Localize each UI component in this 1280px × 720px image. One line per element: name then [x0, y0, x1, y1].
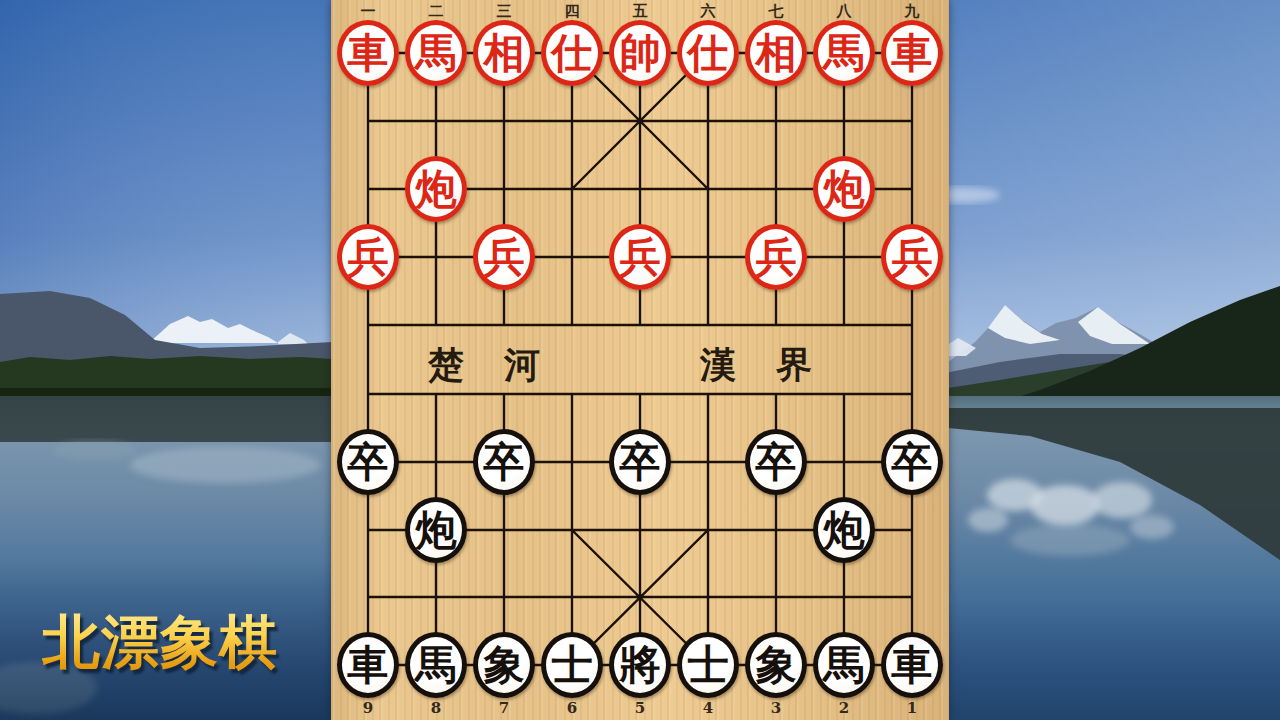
red-general[interactable]: 帥 [609, 20, 671, 86]
watermark-title: 北漂象棋 [42, 604, 278, 682]
file-label-bottom: 4 [688, 699, 728, 717]
piece-glyph: 車 [348, 33, 389, 74]
file-label-bottom: 7 [484, 699, 524, 717]
file-label-top: 四 [552, 2, 592, 21]
piece-glyph: 卒 [756, 442, 797, 483]
piece-glyph: 卒 [892, 442, 933, 483]
piece-glyph: 士 [688, 645, 729, 686]
file-label-top: 三 [484, 2, 524, 21]
file-label-top: 六 [688, 2, 728, 21]
black-soldier[interactable]: 卒 [609, 429, 671, 495]
black-chariot[interactable]: 車 [337, 632, 399, 698]
piece-glyph: 炮 [824, 169, 865, 210]
file-label-top: 九 [892, 2, 932, 21]
file-label-top: 七 [756, 2, 796, 21]
red-soldier[interactable]: 兵 [337, 224, 399, 290]
red-advisor[interactable]: 仕 [677, 20, 739, 86]
black-general[interactable]: 將 [609, 632, 671, 698]
piece-glyph: 帥 [620, 33, 661, 74]
board-grid-lines [331, 0, 949, 720]
file-label-bottom: 8 [416, 699, 456, 717]
black-soldier[interactable]: 卒 [881, 429, 943, 495]
piece-glyph: 仕 [688, 33, 729, 74]
red-horse[interactable]: 馬 [405, 20, 467, 86]
black-soldier[interactable]: 卒 [473, 429, 535, 495]
file-label-bottom: 1 [892, 699, 932, 717]
black-horse[interactable]: 馬 [405, 632, 467, 698]
piece-glyph: 卒 [484, 442, 525, 483]
piece-glyph: 炮 [416, 169, 457, 210]
piece-glyph: 炮 [416, 510, 457, 551]
piece-glyph: 馬 [824, 33, 865, 74]
piece-glyph: 車 [892, 645, 933, 686]
red-soldier[interactable]: 兵 [473, 224, 535, 290]
black-elephant[interactable]: 象 [745, 632, 807, 698]
piece-glyph: 馬 [416, 33, 457, 74]
file-label-top: 二 [416, 2, 456, 21]
black-cannon[interactable]: 炮 [405, 497, 467, 563]
file-label-top: 五 [620, 2, 660, 21]
piece-glyph: 兵 [484, 237, 525, 278]
piece-glyph: 炮 [824, 510, 865, 551]
red-advisor[interactable]: 仕 [541, 20, 603, 86]
piece-glyph: 兵 [348, 237, 389, 278]
black-advisor[interactable]: 士 [677, 632, 739, 698]
piece-glyph: 兵 [756, 237, 797, 278]
piece-glyph: 卒 [348, 442, 389, 483]
black-elephant[interactable]: 象 [473, 632, 535, 698]
piece-glyph: 象 [756, 645, 797, 686]
red-cannon[interactable]: 炮 [405, 156, 467, 222]
file-label-bottom: 9 [348, 699, 388, 717]
piece-glyph: 車 [892, 33, 933, 74]
piece-glyph: 兵 [892, 237, 933, 278]
black-soldier[interactable]: 卒 [337, 429, 399, 495]
piece-glyph: 相 [484, 33, 525, 74]
piece-glyph: 卒 [620, 442, 661, 483]
black-chariot[interactable]: 車 [881, 632, 943, 698]
piece-glyph: 兵 [620, 237, 661, 278]
piece-glyph: 車 [348, 645, 389, 686]
file-label-bottom: 6 [552, 699, 592, 717]
piece-glyph: 士 [552, 645, 593, 686]
xiangqi-board[interactable]: 楚河 漢界 一9二8三7四6五5六4七3八2九1車馬相仕帥仕相馬車炮炮兵兵兵兵兵… [331, 0, 949, 720]
red-elephant[interactable]: 相 [473, 20, 535, 86]
red-cannon[interactable]: 炮 [813, 156, 875, 222]
piece-glyph: 將 [620, 645, 661, 686]
piece-glyph: 象 [484, 645, 525, 686]
piece-glyph: 相 [756, 33, 797, 74]
red-chariot[interactable]: 車 [337, 20, 399, 86]
piece-glyph: 馬 [416, 645, 457, 686]
screenshot-stage: 楚河 漢界 一9二8三7四6五5六4七3八2九1車馬相仕帥仕相馬車炮炮兵兵兵兵兵… [0, 0, 1280, 720]
file-label-top: 一 [348, 2, 388, 21]
file-label-bottom: 2 [824, 699, 864, 717]
file-label-bottom: 5 [620, 699, 660, 717]
red-chariot[interactable]: 車 [881, 20, 943, 86]
red-elephant[interactable]: 相 [745, 20, 807, 86]
red-soldier[interactable]: 兵 [881, 224, 943, 290]
shore-reflection-left [0, 396, 332, 442]
river-label-right: 漢界 [700, 341, 852, 390]
file-label-top: 八 [824, 2, 864, 21]
black-soldier[interactable]: 卒 [745, 429, 807, 495]
red-horse[interactable]: 馬 [813, 20, 875, 86]
black-advisor[interactable]: 士 [541, 632, 603, 698]
piece-glyph: 仕 [552, 33, 593, 74]
piece-glyph: 馬 [824, 645, 865, 686]
river-label-left: 楚河 [428, 341, 580, 390]
red-soldier[interactable]: 兵 [745, 224, 807, 290]
file-label-bottom: 3 [756, 699, 796, 717]
red-soldier[interactable]: 兵 [609, 224, 671, 290]
black-horse[interactable]: 馬 [813, 632, 875, 698]
black-cannon[interactable]: 炮 [813, 497, 875, 563]
